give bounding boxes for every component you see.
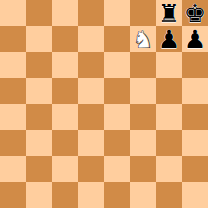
square-f8[interactable] [130, 0, 156, 26]
square-g1[interactable] [156, 182, 182, 208]
square-g8[interactable]: ♜ [156, 0, 182, 26]
square-a6[interactable] [0, 52, 26, 78]
square-c4[interactable] [52, 104, 78, 130]
square-a8[interactable] [0, 0, 26, 26]
square-c3[interactable] [52, 130, 78, 156]
square-g2[interactable] [156, 156, 182, 182]
square-c2[interactable] [52, 156, 78, 182]
square-d1[interactable] [78, 182, 104, 208]
black-pawn[interactable]: ♟ [182, 26, 208, 52]
square-g4[interactable] [156, 104, 182, 130]
square-f7[interactable]: ♞♘ [130, 26, 156, 52]
square-h1[interactable] [182, 182, 208, 208]
square-d8[interactable] [78, 0, 104, 26]
square-e8[interactable] [104, 0, 130, 26]
square-h6[interactable] [182, 52, 208, 78]
square-h2[interactable] [182, 156, 208, 182]
square-e6[interactable] [104, 52, 130, 78]
square-g3[interactable] [156, 130, 182, 156]
square-b3[interactable] [26, 130, 52, 156]
square-b7[interactable] [26, 26, 52, 52]
square-a5[interactable] [0, 78, 26, 104]
square-h3[interactable] [182, 130, 208, 156]
square-d4[interactable] [78, 104, 104, 130]
square-f3[interactable] [130, 130, 156, 156]
square-e3[interactable] [104, 130, 130, 156]
square-d7[interactable] [78, 26, 104, 52]
black-rook[interactable]: ♜ [156, 0, 182, 26]
square-b2[interactable] [26, 156, 52, 182]
square-a1[interactable] [0, 182, 26, 208]
square-f5[interactable] [130, 78, 156, 104]
square-e2[interactable] [104, 156, 130, 182]
square-e1[interactable] [104, 182, 130, 208]
square-e5[interactable] [104, 78, 130, 104]
square-b6[interactable] [26, 52, 52, 78]
square-d6[interactable] [78, 52, 104, 78]
square-h8[interactable]: ♚ [182, 0, 208, 26]
square-f1[interactable] [130, 182, 156, 208]
square-b1[interactable] [26, 182, 52, 208]
square-c6[interactable] [52, 52, 78, 78]
piece-glyph-outline: ♘ [130, 26, 156, 52]
square-h4[interactable] [182, 104, 208, 130]
square-f6[interactable] [130, 52, 156, 78]
square-g7[interactable]: ♟ [156, 26, 182, 52]
square-d2[interactable] [78, 156, 104, 182]
square-d3[interactable] [78, 130, 104, 156]
square-g5[interactable] [156, 78, 182, 104]
square-c7[interactable] [52, 26, 78, 52]
square-b4[interactable] [26, 104, 52, 130]
square-e4[interactable] [104, 104, 130, 130]
square-c8[interactable] [52, 0, 78, 26]
square-c1[interactable] [52, 182, 78, 208]
square-a4[interactable] [0, 104, 26, 130]
black-king[interactable]: ♚ [182, 0, 208, 26]
square-f2[interactable] [130, 156, 156, 182]
square-a2[interactable] [0, 156, 26, 182]
square-c5[interactable] [52, 78, 78, 104]
square-e7[interactable] [104, 26, 130, 52]
square-a7[interactable] [0, 26, 26, 52]
square-h5[interactable] [182, 78, 208, 104]
square-a3[interactable] [0, 130, 26, 156]
square-b5[interactable] [26, 78, 52, 104]
white-knight[interactable]: ♞♘ [130, 26, 156, 52]
square-h7[interactable]: ♟ [182, 26, 208, 52]
chess-board: ♜♚♞♘♟♟ [0, 0, 208, 208]
square-d5[interactable] [78, 78, 104, 104]
black-pawn[interactable]: ♟ [156, 26, 182, 52]
square-g6[interactable] [156, 52, 182, 78]
square-b8[interactable] [26, 0, 52, 26]
square-f4[interactable] [130, 104, 156, 130]
